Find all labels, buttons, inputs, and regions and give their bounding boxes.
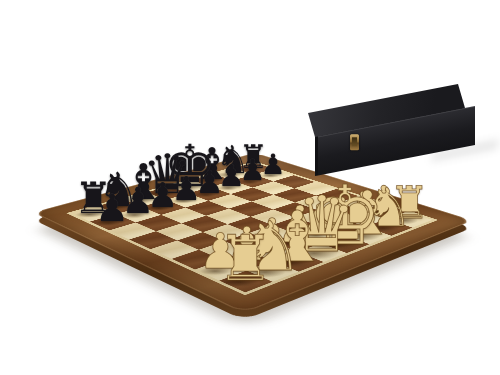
piece-white-p-b2: ♟ [226,221,268,268]
box-clasp [350,134,359,150]
square-c6 [160,208,205,224]
piece-white-p-h2: ♟ [368,181,400,216]
square-b8 [97,199,141,214]
piece-shadow [244,267,286,278]
piece-shadow [303,232,328,239]
piece-black-b-f8: ♝ [192,143,231,187]
piece-shadow [173,199,194,204]
square-d4 [226,217,272,233]
square-d2 [272,234,320,252]
piece-white-p-e2: ♟ [302,200,338,240]
board-layer [0,0,500,375]
piece-shadow [391,217,419,224]
piece-white-b-f1: ♝ [340,184,395,245]
piece-black-k-e8: ♚ [164,137,216,195]
square-b6 [135,215,181,231]
board-ground-shadow-layer [0,15,500,375]
square-b2 [222,251,272,271]
square-h4 [315,189,358,203]
square-c5 [181,216,227,232]
square-b1 [246,261,298,282]
board-side-layer [0,7,500,375]
piece-black-p-g7: ♟ [240,156,266,185]
square-h1 [386,212,432,228]
board-ground-shadow [32,168,472,329]
square-f4 [273,202,317,217]
square-h6 [273,175,314,188]
piece-shadow [290,247,338,259]
square-f7 [211,181,252,194]
piece-black-b-c8: ♝ [121,158,165,207]
piece-black-p-d7: ♟ [172,172,202,205]
square-g2 [341,211,387,227]
square-e5 [229,201,273,216]
square-b5 [155,223,202,240]
square-h7 [253,169,293,181]
piece-shadow [326,224,350,230]
piece-white-p-f2: ♟ [325,194,360,233]
square-a3 [172,250,222,270]
square-d7 [165,193,208,207]
square-a6 [109,222,156,239]
piece-shadow [166,183,202,192]
piece-black-p-a7: ♟ [95,190,129,228]
board-sheen-overlay [32,153,472,314]
square-f1 [343,227,391,244]
square-g1 [365,219,412,236]
piece-black-n-b8: ♞ [98,166,141,213]
piece-shadow [99,204,128,212]
square-h5 [294,182,336,195]
piece-white-p-d2: ♟ [277,207,315,249]
piece-white-b-c1: ♝ [266,202,329,272]
piece-shadow [261,174,278,179]
piece-shadow [196,192,216,197]
square-f3 [295,210,340,226]
square-d1 [297,243,347,262]
square-f2 [319,218,365,235]
square-f8 [192,174,233,187]
square-d3 [249,225,296,242]
piece-white-n-b1: ♞ [241,213,302,281]
piece-shadow [123,197,154,205]
square-g8 [213,168,253,180]
square-g4 [294,195,338,210]
square-f6 [230,187,272,201]
piece-white-r-a1: ♜ [217,228,273,291]
square-a8 [71,206,115,222]
square-c4 [202,224,249,241]
square-d8 [146,186,188,200]
piece-shadow [240,167,260,172]
square-c1 [272,252,323,272]
piece-shadow [311,238,362,251]
piece-black-p-f7: ♟ [218,161,245,191]
square-g7 [232,175,273,188]
square-a4 [150,240,199,259]
square-c8 [122,192,165,206]
square-e6 [208,194,251,208]
piece-white-p-a2: ♟ [198,229,242,278]
square-e7 [188,187,230,201]
piece-black-p-b7: ♟ [122,184,154,220]
square-g3 [317,203,362,218]
chess-board [32,153,472,314]
square-h8 [234,163,273,175]
piece-black-q-d8: ♛ [143,146,192,201]
piece-white-r-h1: ♜ [389,181,429,226]
piece-black-r-h8: ♜ [239,141,268,174]
piece-white-k-e1: ♚ [308,174,381,256]
piece-shadow [369,209,391,215]
piece-shadow [254,249,282,256]
square-a1 [219,271,272,293]
piece-shadow [220,277,259,287]
piece-shadow [228,258,257,265]
piece-black-p-c7: ♟ [147,178,178,212]
square-h3 [338,196,382,211]
square-e8 [169,180,210,193]
piece-shadow [342,231,380,241]
piece-shadow [219,186,238,191]
piece-shadow [145,189,179,198]
square-b4 [176,232,224,250]
piece-black-n-g8: ♞ [216,141,251,180]
piece-shadow [123,212,145,218]
square-g5 [273,188,316,202]
piece-shadow [76,211,103,218]
square-e4 [250,209,295,225]
playing-area-grid [66,161,438,295]
square-b3 [198,241,247,260]
square-h2 [362,204,407,219]
piece-shadow [200,267,230,275]
piece-shadow [97,220,120,226]
square-c7 [141,200,185,215]
piece-black-p-e7: ♟ [195,167,223,199]
square-f5 [251,195,294,210]
square-a2 [195,260,246,281]
square-g6 [252,181,294,194]
square-c2 [248,242,297,261]
piece-white-q-d1: ♛ [287,187,356,264]
square-d6 [185,201,229,216]
piece-white-p-g2: ♟ [347,187,380,224]
piece-black-p-h7: ♟ [260,151,285,179]
piece-shadow [149,205,170,211]
square-e3 [272,217,318,234]
square-e1 [321,235,370,253]
piece-shadow [217,172,241,178]
square-c3 [224,233,272,251]
square-a7 [90,214,135,230]
piece-shadow [241,180,259,185]
piece-black-r-a8: ♜ [74,177,113,220]
piece-shadow [279,240,305,247]
piece-white-n-g1: ♞ [364,182,412,236]
piece-shadow [348,217,371,223]
square-e2 [296,226,343,243]
square-a5 [129,231,177,249]
piece-white-p-c2: ♟ [252,214,292,258]
square-d5 [205,208,250,224]
piece-shadow [269,257,313,268]
piece-shadow [194,178,221,185]
piece-shadow [367,224,400,233]
chess-set-photo: ♜♞♝♛♚♝♞♜♟♟♟♟♟♟♟♟♟♟♟♟♟♟♟♟♜♞♝♛♚♝♞♜ [0,0,500,375]
pieces-layer: ♜♞♝♛♚♝♞♜♟♟♟♟♟♟♟♟♟♟♟♟♟♟♟♟♜♞♝♛♚♝♞♜ [0,0,500,375]
board-side-edge [32,160,472,321]
square-b7 [116,207,161,223]
